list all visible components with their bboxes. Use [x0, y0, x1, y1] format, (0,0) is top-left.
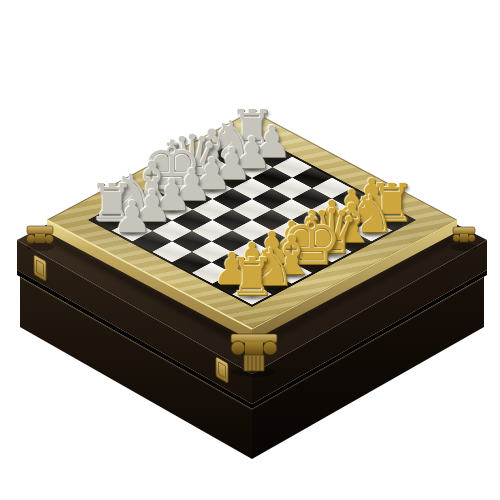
frame-left-edge	[47, 220, 252, 341]
board-edge-overlay	[0, 0, 500, 500]
corner-bracket-right	[453, 227, 476, 242]
frame-left-edge-highlight	[47, 220, 252, 329]
product-photo: ♜♞♟♝♟♛♟♚♟♝♟♞♟♟♜♟♟♜♟♟♞♟♝♟♛♟♚♟♝♟♞♜	[0, 0, 500, 500]
frame-right-edge	[252, 220, 457, 341]
bracket-shadow-right	[451, 243, 477, 251]
bracket-shadow-left	[26, 243, 54, 251]
corner-bracket-front	[231, 334, 277, 371]
corner-bracket-left	[27, 226, 54, 244]
frame-right-edge-highlight	[252, 220, 457, 329]
frame-outline	[47, 111, 457, 329]
